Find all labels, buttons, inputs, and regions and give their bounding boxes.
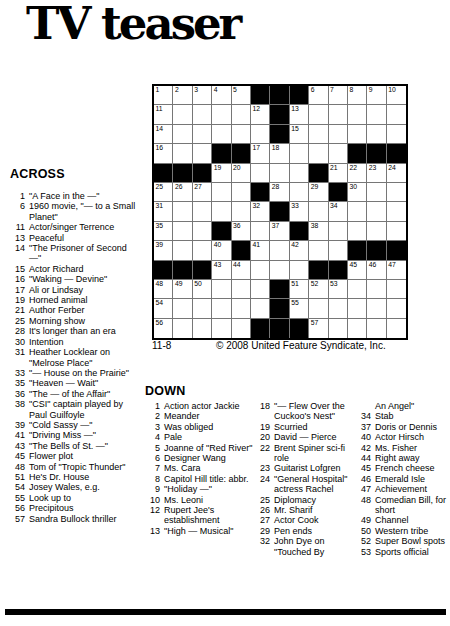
- cell-number: 53: [330, 280, 338, 288]
- clue-number: 31: [10, 347, 29, 368]
- grid-cell[interactable]: [329, 319, 348, 338]
- clue-number: 47: [356, 484, 375, 494]
- clue-item: 48Comedian Bill, for short: [356, 495, 450, 516]
- grid-cell[interactable]: [173, 319, 192, 338]
- cell-number: 22: [349, 164, 357, 172]
- grid-cell[interactable]: 31: [154, 202, 173, 221]
- clue-text: French cheese: [375, 463, 450, 473]
- clue-text: Designer Wang: [164, 453, 255, 463]
- clue-item: 8Capitol Hill title: abbr.: [145, 474, 255, 484]
- clue-number: 21: [10, 305, 29, 315]
- clue-number: 53: [356, 547, 375, 557]
- grid-cell[interactable]: 49: [173, 280, 192, 299]
- grid-cell[interactable]: 40: [212, 241, 231, 260]
- clue-item: 46Emerald Isle: [356, 474, 450, 484]
- cell-number: 57: [311, 319, 319, 327]
- grid-cell[interactable]: [193, 144, 212, 163]
- clue-item: 20David — Pierce: [255, 432, 356, 442]
- grid-cell[interactable]: [348, 280, 367, 299]
- clue-item: 30Intention: [10, 337, 140, 347]
- clue-text: Emerald Isle: [375, 474, 450, 484]
- grid-cell[interactable]: 11: [154, 105, 173, 124]
- grid-cell-black: [270, 86, 289, 105]
- clue-number: 30: [10, 337, 29, 347]
- clue-text: Brent Spiner sci-fi role: [274, 443, 356, 464]
- grid-cell[interactable]: [387, 105, 406, 124]
- grid-cell[interactable]: 44: [232, 261, 251, 280]
- grid-cell[interactable]: [270, 241, 289, 260]
- grid-cell[interactable]: 54: [154, 299, 173, 318]
- clue-item: 55Look up to: [10, 493, 140, 503]
- cell-number: 26: [175, 183, 183, 191]
- clue-text: Intention: [29, 337, 140, 347]
- clue-number: 28: [10, 326, 29, 336]
- clue-text: Right away: [375, 453, 450, 463]
- cell-number: 29: [311, 183, 319, 191]
- bottom-rule: [5, 609, 446, 615]
- grid-cell[interactable]: 6: [309, 86, 328, 105]
- grid-cell-black: [309, 164, 328, 183]
- grid-cell[interactable]: 55: [290, 299, 309, 318]
- cell-number: 2: [175, 86, 179, 94]
- grid-cell[interactable]: [367, 183, 386, 202]
- grid-cell[interactable]: [251, 125, 270, 144]
- grid-cell[interactable]: [387, 280, 406, 299]
- clue-item: 52Super Bowl spots: [356, 536, 450, 546]
- cell-number: 14: [156, 125, 164, 133]
- cell-number: 12: [252, 105, 260, 113]
- clue-text: 1960 movie, "— to a Small Planet": [29, 201, 140, 222]
- clue-number: 35: [10, 378, 29, 388]
- grid-cell-black: [212, 144, 231, 163]
- clue-number: 57: [10, 514, 29, 524]
- grid-cell[interactable]: [173, 222, 192, 241]
- grid-cell[interactable]: 24: [387, 164, 406, 183]
- grid-cell[interactable]: [232, 183, 251, 202]
- grid-cell[interactable]: [232, 125, 251, 144]
- clue-item: 24"General Hospital" actress Rachel: [255, 474, 356, 495]
- grid-cell[interactable]: [387, 299, 406, 318]
- clue-text: Joanne of "Red River": [164, 443, 255, 453]
- cell-number: 19: [214, 164, 222, 172]
- grid-cell[interactable]: 32: [251, 202, 270, 221]
- clue-item: 37Doris or Dennis: [356, 422, 450, 432]
- clue-number: 32: [255, 536, 274, 557]
- clue-text: Diplomacy: [274, 495, 356, 505]
- grid-cell[interactable]: [348, 202, 367, 221]
- clue-item: 45French cheese: [356, 463, 450, 473]
- grid-cell[interactable]: 46: [367, 261, 386, 280]
- grid-cell[interactable]: 14: [154, 125, 173, 144]
- grid-cell[interactable]: [348, 125, 367, 144]
- grid-cell[interactable]: [309, 125, 328, 144]
- clue-number: 45: [10, 451, 29, 461]
- cell-number: 44: [233, 261, 241, 269]
- grid-cell[interactable]: 12: [251, 105, 270, 124]
- grid-cell[interactable]: 15: [290, 125, 309, 144]
- grid-cell[interactable]: 21: [329, 164, 348, 183]
- grid-cell[interactable]: [387, 222, 406, 241]
- grid-cell[interactable]: [329, 222, 348, 241]
- cell-number: 38: [311, 222, 319, 230]
- clue-text: He's Dr. House: [29, 472, 140, 482]
- clue-item: 23Guitarist Lofgren: [255, 463, 356, 473]
- clue-number: 39: [10, 420, 29, 430]
- grid-cell[interactable]: [193, 202, 212, 221]
- grid-cell[interactable]: 34: [329, 202, 348, 221]
- grid-cell[interactable]: [193, 222, 212, 241]
- grid-cell[interactable]: 9: [367, 86, 386, 105]
- clue-item: 1"A Face in the —": [10, 191, 140, 201]
- clue-item: 32John Dye on "Touched By: [255, 536, 356, 557]
- clue-text: Horned animal: [29, 295, 140, 305]
- grid-cell[interactable]: [270, 164, 289, 183]
- grid-cell-black: [329, 183, 348, 202]
- clue-number: 37: [356, 422, 375, 432]
- cell-number: 15: [291, 125, 299, 133]
- grid-cell[interactable]: 33: [290, 202, 309, 221]
- grid-cell[interactable]: 45: [348, 261, 367, 280]
- grid-cell[interactable]: [212, 125, 231, 144]
- clue-number: 14: [10, 243, 29, 264]
- grid-cell[interactable]: [173, 241, 192, 260]
- grid-cell[interactable]: [367, 202, 386, 221]
- grid-cell[interactable]: [251, 280, 270, 299]
- clue-item: 21Author Ferber: [10, 305, 140, 315]
- grid-cell[interactable]: [367, 125, 386, 144]
- grid-cell[interactable]: [387, 319, 406, 338]
- grid-cell[interactable]: [367, 319, 386, 338]
- clue-item: 61960 movie, "— to a Small Planet": [10, 201, 140, 222]
- grid-cell[interactable]: 41: [251, 241, 270, 260]
- clue-text: Ali or Lindsay: [29, 285, 140, 295]
- grid-cell[interactable]: [309, 299, 328, 318]
- grid-cell[interactable]: [309, 241, 328, 260]
- grid-cell[interactable]: [193, 241, 212, 260]
- clue-number: 10: [145, 495, 164, 505]
- clue-number: 56: [10, 503, 29, 513]
- clue-text: Sports official: [375, 547, 450, 557]
- clue-number: 46: [356, 474, 375, 484]
- grid-cell[interactable]: 29: [309, 183, 328, 202]
- grid-cell[interactable]: [173, 125, 192, 144]
- clue-number: 8: [145, 474, 164, 484]
- grid-cell[interactable]: [232, 319, 251, 338]
- grid-cell[interactable]: 51: [290, 280, 309, 299]
- clue-text: Josey Wales, e.g.: [29, 482, 140, 492]
- grid-cell[interactable]: 27: [193, 183, 212, 202]
- grid-cell[interactable]: 30: [348, 183, 367, 202]
- clue-number: 55: [10, 493, 29, 503]
- grid-cell[interactable]: [270, 261, 289, 280]
- grid-cell[interactable]: 25: [154, 183, 173, 202]
- cell-number: 9: [369, 86, 373, 94]
- clue-number: 29: [255, 526, 274, 536]
- clue-item: 27Actor Cook: [255, 515, 356, 525]
- clue-text: "Heaven — Wait": [29, 378, 140, 388]
- clue-item: 34Stab: [356, 411, 450, 421]
- grid-cell[interactable]: [329, 241, 348, 260]
- grid-cell-black: [387, 144, 406, 163]
- grid-cell[interactable]: [348, 319, 367, 338]
- grid-cell-black: [367, 241, 386, 260]
- grid-cell-black: [270, 202, 289, 221]
- grid-cell[interactable]: [367, 280, 386, 299]
- grid-cell[interactable]: 4: [212, 86, 231, 105]
- clue-item: 36"The — of the Affair": [10, 389, 140, 399]
- cell-number: 33: [291, 202, 299, 210]
- clue-text: Guitarist Lofgren: [274, 463, 356, 473]
- date-code: 11-8: [152, 340, 171, 351]
- grid-cell[interactable]: 43: [212, 261, 231, 280]
- grid-cell[interactable]: [232, 202, 251, 221]
- clue-item: 18"— Flew Over the Cuckoo's Nest": [255, 401, 356, 422]
- grid-cell[interactable]: [251, 222, 270, 241]
- grid-cell-black: [154, 261, 173, 280]
- cell-number: 39: [156, 241, 164, 249]
- grid-cell[interactable]: [251, 261, 270, 280]
- clue-item: 1Action actor Jackie: [145, 401, 255, 411]
- grid-cell[interactable]: [251, 164, 270, 183]
- grid-cell-black: [367, 144, 386, 163]
- clue-item: 15Actor Richard: [10, 264, 140, 274]
- cell-number: 8: [349, 86, 353, 94]
- grid-cell[interactable]: 42: [290, 241, 309, 260]
- grid-cell[interactable]: [173, 144, 192, 163]
- grid-cell[interactable]: 8: [348, 86, 367, 105]
- grid-cell[interactable]: [212, 299, 231, 318]
- clue-number: 34: [356, 411, 375, 421]
- grid-cell[interactable]: [251, 299, 270, 318]
- grid-cell[interactable]: 39: [154, 241, 173, 260]
- clue-item: 17Ali or Lindsay: [10, 285, 140, 295]
- clue-item: 42Ms. Fisher: [356, 443, 450, 453]
- grid-cell[interactable]: 10: [387, 86, 406, 105]
- grid-cell-black: [348, 144, 367, 163]
- crossword-grid: 1234567891011121314151617181920212223242…: [152, 84, 408, 340]
- cell-number: 40: [214, 241, 222, 249]
- cell-number: 47: [388, 261, 396, 269]
- grid-cell[interactable]: [309, 105, 328, 124]
- grid-cell[interactable]: [193, 125, 212, 144]
- cell-number: 35: [156, 222, 164, 230]
- grid-cell[interactable]: 22: [348, 164, 367, 183]
- grid-cell[interactable]: [212, 319, 231, 338]
- grid-cell[interactable]: 52: [309, 280, 328, 299]
- grid-cell[interactable]: [212, 105, 231, 124]
- clue-text: Scurried: [274, 422, 356, 432]
- clue-item: 31Heather Locklear on "Melrose Place": [10, 347, 140, 368]
- clue-item: 45Flower plot: [10, 451, 140, 461]
- clue-number: 45: [356, 463, 375, 473]
- clue-item: 39"Cold Sassy —": [10, 420, 140, 430]
- grid-cell[interactable]: [309, 202, 328, 221]
- clue-text: "Holiday —": [164, 484, 255, 494]
- grid-cell[interactable]: [290, 164, 309, 183]
- grid-cell[interactable]: 26: [173, 183, 192, 202]
- clue-text: Heather Locklear on "Melrose Place": [29, 347, 140, 368]
- grid-cell[interactable]: [329, 299, 348, 318]
- clue-number: 11: [10, 222, 29, 232]
- grid-cell-black: [212, 222, 231, 241]
- grid-cell[interactable]: 23: [367, 164, 386, 183]
- clue-number: 15: [10, 264, 29, 274]
- clue-text: "Waking — Devine": [29, 274, 140, 284]
- grid-cell[interactable]: 2: [173, 86, 192, 105]
- grid-cell[interactable]: [173, 105, 192, 124]
- grid-cell[interactable]: [212, 183, 231, 202]
- cell-number: 52: [311, 280, 319, 288]
- clue-text: Actor/singer Terrence: [29, 222, 140, 232]
- grid-cell[interactable]: [387, 183, 406, 202]
- grid-cell[interactable]: [348, 222, 367, 241]
- grid-cell[interactable]: [290, 144, 309, 163]
- grid-cell-black: [290, 222, 309, 241]
- clue-item: 13"High — Musical": [145, 526, 255, 536]
- cell-number: 25: [156, 183, 164, 191]
- grid-cell[interactable]: 36: [232, 222, 251, 241]
- clue-number: 41: [10, 430, 29, 440]
- clue-number: 43: [10, 441, 29, 451]
- grid-cell[interactable]: 17: [251, 144, 270, 163]
- clue-item: 16"Waking — Devine": [10, 274, 140, 284]
- clue-number: 6: [10, 201, 29, 222]
- grid-cell[interactable]: [193, 105, 212, 124]
- grid-cell[interactable]: [232, 280, 251, 299]
- grid-cell[interactable]: 20: [232, 164, 251, 183]
- clue-text: Comedian Bill, for short: [375, 495, 450, 516]
- grid-cell-black: [348, 241, 367, 260]
- grid-cell[interactable]: [348, 299, 367, 318]
- grid-cell[interactable]: 56: [154, 319, 173, 338]
- cell-number: 1: [156, 86, 160, 94]
- clue-item: 19Scurried: [255, 422, 356, 432]
- clue-text: Capitol Hill title: abbr.: [164, 474, 255, 484]
- clue-number: 7: [145, 463, 164, 473]
- grid-cell[interactable]: [387, 202, 406, 221]
- grid-cell[interactable]: [367, 299, 386, 318]
- clue-item: 9"Holiday —": [145, 484, 255, 494]
- grid-cell[interactable]: 5: [232, 86, 251, 105]
- across-section: ACROSS 1"A Face in the —"61960 movie, "—…: [10, 167, 140, 524]
- grid-cell[interactable]: [348, 105, 367, 124]
- grid-cell[interactable]: 53: [329, 280, 348, 299]
- grid-cell-black: [270, 105, 289, 124]
- grid-cell[interactable]: 28: [270, 183, 289, 202]
- grid-cell[interactable]: [212, 202, 231, 221]
- clue-text: Author Ferber: [29, 305, 140, 315]
- grid-cell[interactable]: [329, 144, 348, 163]
- clue-text: Action actor Jackie: [164, 401, 255, 411]
- grid-cell[interactable]: [232, 299, 251, 318]
- grid-cell[interactable]: 47: [387, 261, 406, 280]
- grid-cell-black: [193, 164, 212, 183]
- grid-cell[interactable]: [309, 144, 328, 163]
- copyright: © 2008 United Feature Syndicate, Inc.: [216, 340, 386, 351]
- grid-cell-black: [251, 86, 270, 105]
- clue-text: "Driving Miss —": [29, 430, 140, 440]
- clue-text: Achievement: [375, 484, 450, 494]
- clue-text: "The — of the Affair": [29, 389, 140, 399]
- cell-number: 43: [214, 261, 222, 269]
- grid-cell[interactable]: [193, 319, 212, 338]
- clue-item: 19Horned animal: [10, 295, 140, 305]
- cell-number: 55: [291, 299, 299, 307]
- grid-cell[interactable]: 16: [154, 144, 173, 163]
- grid-cell[interactable]: 57: [309, 319, 328, 338]
- clue-text: Stab: [375, 411, 450, 421]
- clue-text: Mr. Sharif: [274, 505, 356, 515]
- clue-item: 5Joanne of "Red River": [145, 443, 255, 453]
- clue-item: 44Right away: [356, 453, 450, 463]
- cell-number: 34: [330, 202, 338, 210]
- clue-text: "CSI" captain played by Paul Guilfoyle: [29, 399, 140, 420]
- cell-number: 24: [388, 164, 396, 172]
- grid-cell[interactable]: 7: [329, 86, 348, 105]
- grid-cell[interactable]: [290, 183, 309, 202]
- clue-number: 48: [356, 495, 375, 516]
- grid-cell[interactable]: [290, 261, 309, 280]
- grid-cell[interactable]: [367, 105, 386, 124]
- grid-cell[interactable]: [329, 125, 348, 144]
- grid-cell[interactable]: 50: [193, 280, 212, 299]
- cell-number: 45: [349, 261, 357, 269]
- grid-cell[interactable]: 13: [290, 105, 309, 124]
- grid-cell[interactable]: 48: [154, 280, 173, 299]
- across-heading: ACROSS: [10, 167, 140, 181]
- grid-cell[interactable]: [329, 105, 348, 124]
- puzzle-page: TV teaser ACROSS 1"A Face in the —"61960…: [0, 0, 450, 626]
- clue-item: 12Rupert Jee's establishment: [145, 505, 255, 526]
- clue-text: "The Bells of St. —": [29, 441, 140, 451]
- grid-cell[interactable]: 19: [212, 164, 231, 183]
- clue-item: An Angel": [356, 401, 450, 411]
- cell-number: 11: [156, 105, 163, 113]
- grid-cell[interactable]: [232, 105, 251, 124]
- grid-cell[interactable]: 38: [309, 222, 328, 241]
- cell-number: 7: [330, 86, 334, 94]
- clue-item: 7Ms. Cara: [145, 463, 255, 473]
- clue-item: 25Morning show: [10, 316, 140, 326]
- clue-text: Look up to: [29, 493, 140, 503]
- clue-item: 57Sandra Bullock thriller: [10, 514, 140, 524]
- clue-number: 12: [145, 505, 164, 526]
- clue-item: 54Josey Wales, e.g.: [10, 482, 140, 492]
- grid-cell[interactable]: [173, 202, 192, 221]
- grid-cell[interactable]: 37: [270, 222, 289, 241]
- grid-cell[interactable]: 18: [270, 144, 289, 163]
- grid-cell-black: [270, 125, 289, 144]
- grid-cell-black: [173, 164, 192, 183]
- cell-number: 23: [369, 164, 377, 172]
- grid-cell[interactable]: [367, 222, 386, 241]
- clue-text: "General Hospital" actress Rachel: [274, 474, 356, 495]
- grid-cell[interactable]: 1: [154, 86, 173, 105]
- clue-text: "High — Musical": [164, 526, 255, 536]
- grid-cell[interactable]: 35: [154, 222, 173, 241]
- clue-text: "A Face in the —": [29, 191, 140, 201]
- clue-item: 10Ms. Leoni: [145, 495, 255, 505]
- grid-cell[interactable]: [193, 299, 212, 318]
- cell-number: 3: [194, 86, 198, 94]
- grid-cell[interactable]: [173, 299, 192, 318]
- clue-item: 51He's Dr. House: [10, 472, 140, 482]
- grid-cell[interactable]: 3: [193, 86, 212, 105]
- cell-number: 46: [369, 261, 377, 269]
- clue-text: Actor Hirsch: [375, 432, 450, 442]
- grid-cell[interactable]: [212, 280, 231, 299]
- grid-cell[interactable]: [387, 125, 406, 144]
